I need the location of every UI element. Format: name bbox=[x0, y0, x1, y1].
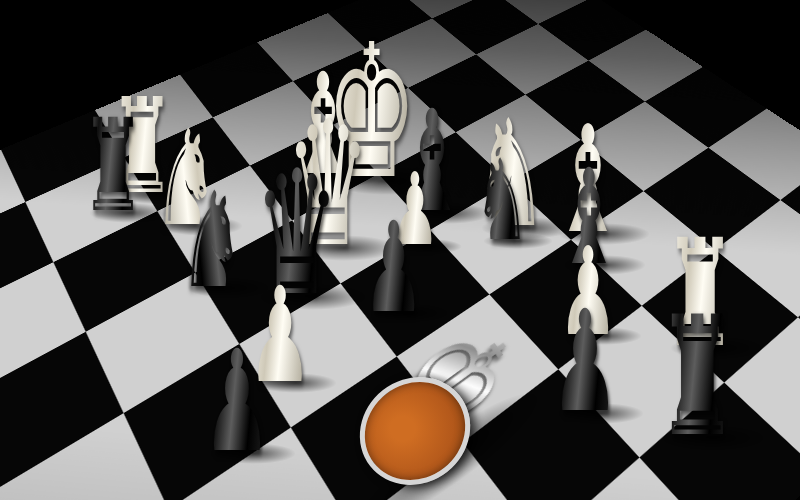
pieces-layer: ♜♞♝♚♛♟♞♝♟♜♟♜♞♛♝♞♝♟♟♟♜♚ bbox=[0, 0, 800, 500]
black-pawn[interactable]: ♟ bbox=[547, 292, 624, 432]
black-pawn[interactable]: ♟ bbox=[359, 205, 428, 330]
black-knight[interactable]: ♞ bbox=[471, 144, 533, 256]
black-rook[interactable]: ♜ bbox=[652, 295, 743, 460]
black-knight[interactable]: ♞ bbox=[176, 174, 249, 306]
black-rook[interactable]: ♜ bbox=[78, 102, 148, 230]
chess-wallpaper-scene: ♜♞♝♚♛♟♞♝♟♜♟♜♞♛♝♞♝♟♟♟♜♚ bbox=[0, 0, 800, 500]
black-pawn[interactable]: ♟ bbox=[199, 332, 276, 472]
